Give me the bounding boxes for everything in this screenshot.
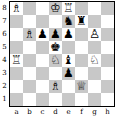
board-square-d6: ♟ xyxy=(49,28,62,41)
board-square-a6 xyxy=(10,28,23,41)
black-pawn-icon: ♟ xyxy=(50,28,61,41)
board-square-b8 xyxy=(23,2,36,15)
board-square-d1 xyxy=(49,93,62,106)
rank-label: 2 xyxy=(0,79,9,92)
board-square-b3 xyxy=(23,67,36,80)
black-rook-icon: ♜ xyxy=(76,15,87,28)
black-pawn-icon: ♟ xyxy=(63,67,74,80)
board-square-h2 xyxy=(101,80,114,93)
white-rook-icon: ♖ xyxy=(11,54,22,67)
board-square-c5 xyxy=(36,41,49,54)
white-bishop-icon: ♗ xyxy=(11,2,22,15)
file-label: c xyxy=(36,108,49,119)
board-square-a4: ♖ xyxy=(10,54,23,67)
board-square-h3 xyxy=(101,67,114,80)
board-square-g7 xyxy=(88,15,101,28)
white-king-icon: ♔ xyxy=(50,2,61,15)
board-square-c6: ♟ xyxy=(36,28,49,41)
file-label: b xyxy=(23,108,36,119)
board-square-g4: ♘ xyxy=(88,54,101,67)
rank-label: 5 xyxy=(0,40,9,53)
board-square-a5 xyxy=(10,41,23,54)
board-square-b2 xyxy=(23,80,36,93)
board-square-g2 xyxy=(88,80,101,93)
board-square-c3 xyxy=(36,67,49,80)
board-square-h4 xyxy=(101,54,114,67)
rank-label: 1 xyxy=(0,92,9,105)
board-square-f2: ♕ xyxy=(75,80,88,93)
board-square-b5 xyxy=(23,41,36,54)
board-square-d8: ♔ xyxy=(49,2,62,15)
board-square-a1 xyxy=(10,93,23,106)
rank-label: 3 xyxy=(0,66,9,79)
black-knight-icon: ♞ xyxy=(63,15,74,28)
board-square-e8: ♖ xyxy=(62,2,75,15)
board-square-f6 xyxy=(75,28,88,41)
board-square-e3: ♟ xyxy=(62,67,75,80)
board-square-h6 xyxy=(101,28,114,41)
board-square-g3 xyxy=(88,67,101,80)
board-square-a2 xyxy=(10,80,23,93)
board-square-c7 xyxy=(36,15,49,28)
board-square-c1 xyxy=(36,93,49,106)
white-pawn-icon: ♙ xyxy=(89,28,100,41)
board-square-f5 xyxy=(75,41,88,54)
board-square-h1 xyxy=(101,93,114,106)
board-square-f4 xyxy=(75,54,88,67)
white-knight-icon: ♘ xyxy=(50,54,61,67)
board-square-e5 xyxy=(62,41,75,54)
board-square-a3 xyxy=(10,67,23,80)
rank-label: 6 xyxy=(0,27,9,40)
board-with-coordinates: 87654321 ♗♔♖♞♜♗♟♟♟♙♚♖♘♝♘♟♗♕ xyxy=(0,0,115,107)
file-label: f xyxy=(75,108,88,119)
black-pawn-icon: ♟ xyxy=(37,28,48,41)
file-label: a xyxy=(10,108,23,119)
black-king-icon: ♚ xyxy=(50,41,61,54)
board-square-h8 xyxy=(101,2,114,15)
board-square-g8 xyxy=(88,2,101,15)
chess-diagram: 87654321 ♗♔♖♞♜♗♟♟♟♙♚♖♘♝♘♟♗♕ abcdefgh xyxy=(0,0,118,120)
white-knight-icon: ♘ xyxy=(89,54,100,67)
board-square-f7: ♜ xyxy=(75,15,88,28)
white-queen-icon: ♕ xyxy=(76,80,87,93)
board-square-d2: ♗ xyxy=(49,80,62,93)
white-bishop-icon: ♗ xyxy=(50,80,61,93)
file-label: e xyxy=(62,108,75,119)
board-square-g6: ♙ xyxy=(88,28,101,41)
board-square-f8 xyxy=(75,2,88,15)
board-square-e4: ♝ xyxy=(62,54,75,67)
board-square-g5 xyxy=(88,41,101,54)
board-square-c8 xyxy=(36,2,49,15)
black-pawn-icon: ♟ xyxy=(63,28,74,41)
board-square-b1 xyxy=(23,93,36,106)
board-square-c2 xyxy=(36,80,49,93)
rank-labels: 87654321 xyxy=(0,0,9,107)
board-square-e7: ♞ xyxy=(62,15,75,28)
board-square-f1 xyxy=(75,93,88,106)
file-label: h xyxy=(101,108,114,119)
rank-label: 8 xyxy=(0,1,9,14)
board-square-d4: ♘ xyxy=(49,54,62,67)
board-square-g1 xyxy=(88,93,101,106)
black-bishop-icon: ♝ xyxy=(63,54,74,67)
chess-board: ♗♔♖♞♜♗♟♟♟♙♚♖♘♝♘♟♗♕ xyxy=(9,1,115,107)
rank-label: 4 xyxy=(0,53,9,66)
board-square-b7 xyxy=(23,15,36,28)
board-square-e2 xyxy=(62,80,75,93)
file-labels: abcdefgh xyxy=(10,108,114,119)
board-square-e6: ♟ xyxy=(62,28,75,41)
board-square-b4 xyxy=(23,54,36,67)
file-label: g xyxy=(88,108,101,119)
board-square-b6: ♗ xyxy=(23,28,36,41)
board-square-c4 xyxy=(36,54,49,67)
board-square-d3 xyxy=(49,67,62,80)
board-square-e1 xyxy=(62,93,75,106)
board-square-a7 xyxy=(10,15,23,28)
board-square-h7 xyxy=(101,15,114,28)
rank-label: 7 xyxy=(0,14,9,27)
white-bishop-icon: ♗ xyxy=(24,28,35,41)
board-square-d7 xyxy=(49,15,62,28)
board-square-a8: ♗ xyxy=(10,2,23,15)
board-square-f3 xyxy=(75,67,88,80)
board-square-h5 xyxy=(101,41,114,54)
white-rook-icon: ♖ xyxy=(63,2,74,15)
board-square-d5: ♚ xyxy=(49,41,62,54)
file-label: d xyxy=(49,108,62,119)
